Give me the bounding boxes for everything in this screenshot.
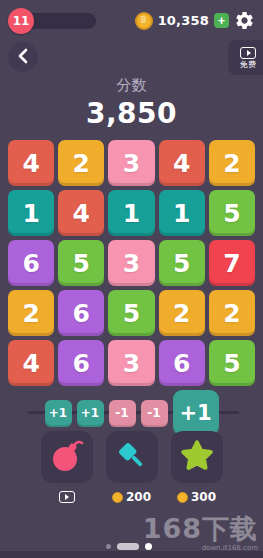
video-play-icon	[240, 47, 256, 59]
tools-row: 200 300	[0, 431, 263, 505]
tile-2[interactable]: 2	[209, 290, 255, 336]
tile-5[interactable]: 5	[108, 290, 154, 336]
coin-icon	[177, 492, 188, 503]
bomb-icon	[49, 438, 85, 477]
coin-count: 10,358	[158, 13, 209, 28]
watermark-dots	[106, 543, 152, 550]
watermark: 168下载 down.it168.com	[143, 515, 258, 552]
currency-group: B 10,358 +	[135, 10, 255, 31]
hammer-cost: 200	[112, 489, 151, 505]
back-button[interactable]	[8, 42, 38, 72]
hammer-icon	[115, 439, 149, 476]
bomb-cost-ad	[59, 489, 75, 505]
bottom-strip	[0, 551, 263, 558]
level-badge: 11	[8, 8, 34, 34]
star-icon	[178, 437, 216, 478]
queue-item-plus1[interactable]: +1	[77, 400, 104, 427]
score-label: 分数	[0, 76, 263, 95]
free-label: 免费	[240, 61, 256, 69]
tile-4[interactable]: 4	[8, 340, 54, 386]
tile-4[interactable]: 4	[159, 140, 205, 186]
tile-2[interactable]: 2	[209, 140, 255, 186]
tile-6[interactable]: 6	[8, 240, 54, 286]
level-number: 11	[13, 14, 30, 28]
watermark-title: 168下载	[143, 515, 258, 542]
dot-icon	[106, 544, 111, 549]
tile-1[interactable]: 1	[108, 190, 154, 236]
tile-2[interactable]: 2	[8, 290, 54, 336]
tile-3[interactable]: 3	[108, 240, 154, 286]
tile-5[interactable]: 5	[209, 190, 255, 236]
ad-video-icon	[59, 491, 75, 503]
tile-5[interactable]: 5	[209, 340, 255, 386]
queue-item-plus1[interactable]: +1	[173, 390, 219, 436]
score-value: 3,850	[0, 97, 263, 130]
top-bar: 11 B 10,358 +	[8, 8, 255, 34]
free-video-button[interactable]: 免费	[228, 40, 263, 75]
tool-hammer: 200	[106, 431, 158, 505]
settings-gear-icon[interactable]	[234, 10, 255, 31]
coin-icon	[112, 492, 123, 503]
tile-3[interactable]: 3	[108, 340, 154, 386]
queue-item-minus1[interactable]: -1	[109, 400, 136, 427]
tile-3[interactable]: 3	[108, 140, 154, 186]
star-cost-value: 300	[191, 490, 216, 504]
tile-5[interactable]: 5	[159, 240, 205, 286]
board: 4234214115653572652246365	[8, 140, 255, 386]
queue-track: +1+1-1-1+1	[0, 390, 263, 436]
tile-2[interactable]: 2	[58, 140, 104, 186]
tile-1[interactable]: 1	[159, 190, 205, 236]
tool-bomb	[41, 431, 93, 505]
add-coins-button[interactable]: +	[214, 13, 229, 28]
tool-star: 300	[171, 431, 223, 505]
queue: +1+1-1-1+1	[0, 390, 263, 436]
tile-6[interactable]: 6	[58, 340, 104, 386]
star-cost: 300	[177, 489, 216, 505]
tile-4[interactable]: 4	[58, 190, 104, 236]
pill-icon	[117, 543, 139, 550]
hammer-tool-button[interactable]	[106, 431, 158, 483]
tile-7[interactable]: 7	[209, 240, 255, 286]
bomb-tool-button[interactable]	[41, 431, 93, 483]
tile-5[interactable]: 5	[58, 240, 104, 286]
game-screen: 11 B 10,358 + 免费 分数 3,850 42342141156535…	[0, 0, 263, 558]
tile-2[interactable]: 2	[159, 290, 205, 336]
tile-4[interactable]: 4	[8, 140, 54, 186]
tile-6[interactable]: 6	[58, 290, 104, 336]
dot-icon	[145, 543, 152, 550]
queue-item-minus1[interactable]: -1	[141, 400, 168, 427]
hammer-cost-value: 200	[126, 490, 151, 504]
score-panel: 分数 3,850	[0, 76, 263, 130]
tile-1[interactable]: 1	[8, 190, 54, 236]
back-chevron-icon	[16, 47, 30, 68]
tile-6[interactable]: 6	[159, 340, 205, 386]
queue-item-plus1[interactable]: +1	[45, 400, 72, 427]
coin-icon: B	[135, 12, 153, 30]
star-tool-button[interactable]	[171, 431, 223, 483]
